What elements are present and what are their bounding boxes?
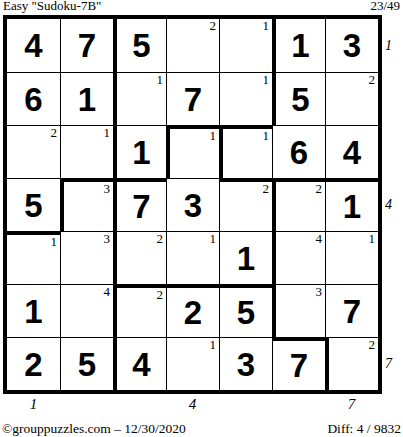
given-digit: 5 [24,189,42,222]
given-digit: 3 [237,348,255,381]
pencil-mark: 4 [104,285,111,299]
col-label-4: 4 [189,396,197,413]
cell-r7c6[interactable]: 7 [272,337,325,390]
pencil-mark: 1 [263,129,270,143]
given-digit: 4 [343,136,361,169]
pencil-mark: 2 [369,338,376,352]
cell-r2c1[interactable]: 6 [7,72,60,125]
given-digit: 4 [24,29,42,62]
cell-r6c4[interactable]: 2 [166,284,219,337]
cell-r4c2[interactable]: 3 [60,178,113,231]
cell-r6c3[interactable]: 2 [113,284,166,337]
cell-r2c3[interactable]: 1 [113,72,166,125]
cell-r5c2[interactable]: 3 [60,231,113,284]
col-label-1: 1 [30,396,38,413]
row-label-4: 4 [385,197,392,213]
cell-r5c7[interactable]: 1 [325,231,378,284]
pencil-mark: 1 [157,73,164,87]
given-digit: 1 [291,29,309,62]
pencil-mark: 1 [104,126,111,140]
cell-r5c1[interactable]: 1 [7,231,60,284]
given-digit: 1 [132,136,150,169]
cell-r5c4[interactable]: 1 [166,231,219,284]
given-digit: 7 [78,29,96,62]
pencil-mark: 2 [51,126,58,140]
given-digit: 5 [78,348,96,381]
footer-difficulty: Diff: 4 / 9832 [327,421,401,436]
given-digit: 3 [343,29,361,62]
cell-r2c7[interactable]: 2 [325,72,378,125]
cell-r3c2[interactable]: 1 [60,125,113,178]
cell-r5c6[interactable]: 4 [272,231,325,284]
cell-r1c6[interactable]: 1 [272,19,325,72]
cell-r3c6[interactable]: 6 [272,125,325,178]
header: Easy "Sudoku-7B" 23/49 [3,0,400,13]
cell-r4c3[interactable]: 7 [113,178,166,231]
pencil-mark: 1 [210,232,217,246]
cell-r1c7[interactable]: 3 [325,19,378,72]
cell-r3c5[interactable]: 1 [219,125,272,178]
cell-r4c5[interactable]: 2 [219,178,272,231]
cell-r3c1[interactable]: 2 [7,125,60,178]
given-digit: 7 [290,349,308,382]
given-digit: 7 [343,295,361,328]
pencil-mark: 1 [210,129,217,143]
puzzle-counter: 23/49 [370,0,400,13]
given-digit: 6 [290,136,308,169]
pencil-mark: 2 [157,232,164,246]
pencil-mark: 2 [316,182,323,196]
row-label-1: 1 [385,38,392,54]
cell-r4c7[interactable]: 1 [325,178,378,231]
given-digit: 2 [24,348,42,381]
given-digit: 4 [132,348,150,381]
cell-r7c4[interactable]: 1 [166,337,219,390]
cell-r7c3[interactable]: 4 [113,337,166,390]
cell-r7c7[interactable]: 2 [325,337,378,390]
given-digit: 6 [24,83,42,116]
pencil-mark: 2 [369,73,376,87]
cell-r7c2[interactable]: 5 [60,337,113,390]
pencil-mark: 2 [210,19,217,33]
cell-r4c1[interactable]: 5 [7,178,60,231]
cell-r3c4[interactable]: 1 [166,125,219,178]
pencil-mark: 3 [104,232,111,246]
cell-r4c4[interactable]: 3 [166,178,219,231]
cell-r2c2[interactable]: 1 [60,72,113,125]
cell-r2c5[interactable]: 1 [219,72,272,125]
pencil-mark: 3 [104,182,111,196]
cell-r1c5[interactable]: 1 [219,19,272,72]
pencil-mark: 1 [210,338,217,352]
footer: ©grouppuzzles.com – 12/30/2020 Diff: 4 /… [2,421,401,436]
pencil-mark: 1 [51,235,58,249]
pencil-mark: 2 [157,288,164,302]
cell-r1c1[interactable]: 4 [7,19,60,72]
cell-r2c6[interactable]: 5 [272,72,325,125]
cell-r3c7[interactable]: 4 [325,125,378,178]
given-digit: 5 [132,29,150,62]
given-digit: 3 [184,189,202,222]
cell-r6c2[interactable]: 4 [60,284,113,337]
cell-r2c4[interactable]: 7 [166,72,219,125]
pencil-mark: 1 [369,232,376,246]
cell-r7c1[interactable]: 2 [7,337,60,390]
puzzle-title: Easy "Sudoku-7B" [3,0,101,13]
cell-r6c7[interactable]: 7 [325,284,378,337]
given-digit: 1 [78,83,96,116]
pencil-mark: 3 [316,285,323,299]
col-label-7: 7 [348,396,356,413]
pencil-mark: 4 [316,232,323,246]
row-label-7: 7 [385,356,392,372]
cell-r6c6[interactable]: 3 [272,284,325,337]
given-digit: 5 [237,296,255,329]
cell-r3c3[interactable]: 1 [113,125,166,178]
given-digit: 1 [237,242,255,275]
sudoku-board: 4752113611715221111645373221132114114225… [3,15,382,394]
cell-r1c2[interactable]: 7 [60,19,113,72]
footer-copyright: ©grouppuzzles.com – 12/30/2020 [2,421,186,436]
cell-r6c1[interactable]: 1 [7,284,60,337]
cell-r7c5[interactable]: 3 [219,337,272,390]
given-digit: 1 [343,190,361,223]
given-digit: 1 [24,295,42,328]
cell-r1c4[interactable]: 2 [166,19,219,72]
cell-r1c3[interactable]: 5 [113,19,166,72]
pencil-mark: 2 [263,182,270,196]
given-digit: 5 [291,83,309,116]
given-digit: 7 [132,190,150,223]
pencil-mark: 1 [263,19,270,33]
cell-r5c3[interactable]: 2 [113,231,166,284]
cell-r6c5[interactable]: 5 [219,284,272,337]
given-digit: 2 [184,296,202,329]
cell-r4c6[interactable]: 2 [272,178,325,231]
cell-r5c5[interactable]: 1 [219,231,272,284]
pencil-mark: 1 [263,73,270,87]
given-digit: 7 [184,83,202,116]
